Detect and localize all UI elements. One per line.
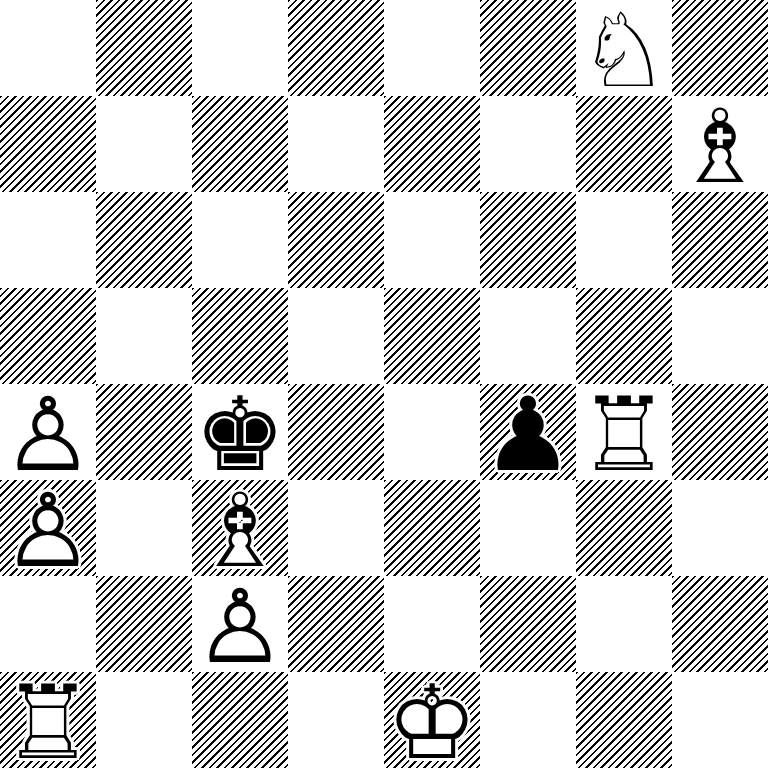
square-f1[interactable] xyxy=(480,672,576,768)
square-f4[interactable]: ♟♟ xyxy=(480,384,576,480)
square-b7[interactable] xyxy=(96,96,192,192)
square-b6[interactable] xyxy=(96,192,192,288)
white-pawn[interactable]: ♟♙ xyxy=(192,576,288,672)
square-g6[interactable] xyxy=(576,192,672,288)
white-pawn-glyph: ♙ xyxy=(2,480,93,582)
square-h3[interactable] xyxy=(672,480,768,576)
white-knight-glyph: ♘ xyxy=(578,0,669,102)
square-a4[interactable]: ♟♙ xyxy=(0,384,96,480)
white-pawn[interactable]: ♟♙ xyxy=(0,384,96,480)
square-a3[interactable]: ♟♙ xyxy=(0,480,96,576)
square-c1[interactable] xyxy=(192,672,288,768)
square-c6[interactable] xyxy=(192,192,288,288)
square-c8[interactable] xyxy=(192,0,288,96)
square-f2[interactable] xyxy=(480,576,576,672)
square-c5[interactable] xyxy=(192,288,288,384)
white-bishop[interactable]: ♝♗ xyxy=(672,96,768,192)
square-e7[interactable] xyxy=(384,96,480,192)
square-b3[interactable] xyxy=(96,480,192,576)
square-a8[interactable] xyxy=(0,0,96,96)
square-d8[interactable] xyxy=(288,0,384,96)
square-h2[interactable] xyxy=(672,576,768,672)
square-d4[interactable] xyxy=(288,384,384,480)
square-e5[interactable] xyxy=(384,288,480,384)
square-d2[interactable] xyxy=(288,576,384,672)
square-d5[interactable] xyxy=(288,288,384,384)
square-g8[interactable]: ♞♘ xyxy=(576,0,672,96)
square-e6[interactable] xyxy=(384,192,480,288)
square-b2[interactable] xyxy=(96,576,192,672)
square-a5[interactable] xyxy=(0,288,96,384)
white-bishop-glyph: ♗ xyxy=(674,96,765,198)
square-e3[interactable] xyxy=(384,480,480,576)
square-e4[interactable] xyxy=(384,384,480,480)
square-e1[interactable]: ♚♔ xyxy=(384,672,480,768)
square-c2[interactable]: ♟♙ xyxy=(192,576,288,672)
square-f8[interactable] xyxy=(480,0,576,96)
square-c4[interactable]: ♚♚ xyxy=(192,384,288,480)
white-rook[interactable]: ♜♖ xyxy=(576,384,672,480)
square-h7[interactable]: ♝♗ xyxy=(672,96,768,192)
square-f6[interactable] xyxy=(480,192,576,288)
square-h1[interactable] xyxy=(672,672,768,768)
square-a1[interactable]: ♜♖ xyxy=(0,672,96,768)
white-rook[interactable]: ♜♖ xyxy=(0,672,96,768)
white-king-glyph: ♔ xyxy=(386,672,477,768)
square-e2[interactable] xyxy=(384,576,480,672)
white-king[interactable]: ♚♔ xyxy=(384,672,480,768)
square-d6[interactable] xyxy=(288,192,384,288)
square-f5[interactable] xyxy=(480,288,576,384)
white-knight[interactable]: ♞♘ xyxy=(576,0,672,96)
black-pawn-glyph: ♟ xyxy=(482,384,573,486)
square-a6[interactable] xyxy=(0,192,96,288)
black-pawn[interactable]: ♟♟ xyxy=(480,384,576,480)
square-d7[interactable] xyxy=(288,96,384,192)
square-g2[interactable] xyxy=(576,576,672,672)
square-b5[interactable] xyxy=(96,288,192,384)
square-b1[interactable] xyxy=(96,672,192,768)
square-g1[interactable] xyxy=(576,672,672,768)
square-c7[interactable] xyxy=(192,96,288,192)
square-g4[interactable]: ♜♖ xyxy=(576,384,672,480)
square-a7[interactable] xyxy=(0,96,96,192)
square-g7[interactable] xyxy=(576,96,672,192)
square-d1[interactable] xyxy=(288,672,384,768)
square-h5[interactable] xyxy=(672,288,768,384)
chess-board: ♞♘♝♗♟♙♚♚♟♟♜♖♟♙♝♗♟♙♜♖♚♔ xyxy=(0,0,768,768)
white-rook-glyph: ♖ xyxy=(2,672,93,768)
square-f7[interactable] xyxy=(480,96,576,192)
white-pawn[interactable]: ♟♙ xyxy=(0,480,96,576)
square-h8[interactable] xyxy=(672,0,768,96)
white-bishop[interactable]: ♝♗ xyxy=(192,480,288,576)
square-f3[interactable] xyxy=(480,480,576,576)
white-rook-glyph: ♖ xyxy=(578,384,669,486)
square-e8[interactable] xyxy=(384,0,480,96)
white-pawn-glyph: ♙ xyxy=(194,576,285,678)
square-h6[interactable] xyxy=(672,192,768,288)
square-c3[interactable]: ♝♗ xyxy=(192,480,288,576)
square-d3[interactable] xyxy=(288,480,384,576)
square-g3[interactable] xyxy=(576,480,672,576)
square-a2[interactable] xyxy=(0,576,96,672)
square-g5[interactable] xyxy=(576,288,672,384)
square-h4[interactable] xyxy=(672,384,768,480)
square-b8[interactable] xyxy=(96,0,192,96)
black-king[interactable]: ♚♚ xyxy=(192,384,288,480)
square-b4[interactable] xyxy=(96,384,192,480)
